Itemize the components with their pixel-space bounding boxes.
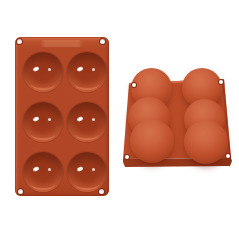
mold-angled-view bbox=[0, 0, 239, 239]
mold-dome bbox=[184, 120, 228, 164]
product-photo bbox=[0, 0, 239, 239]
mounting-hole bbox=[132, 83, 136, 87]
mounting-hole bbox=[226, 154, 230, 158]
mold-dome bbox=[130, 119, 174, 163]
mounting-hole bbox=[125, 155, 129, 159]
mounting-hole bbox=[219, 80, 223, 84]
